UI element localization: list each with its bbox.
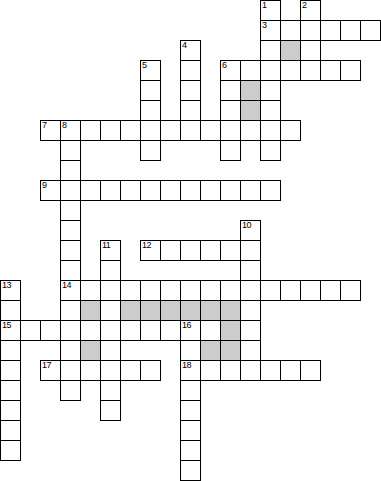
blocked-cell	[220, 340, 241, 361]
clue-number: 2	[302, 1, 307, 10]
grid-cell[interactable]: 7	[40, 120, 61, 141]
grid-cell[interactable]	[300, 40, 321, 61]
clue-number: 15	[2, 321, 11, 330]
grid-cell[interactable]	[100, 320, 121, 341]
grid-cell[interactable]	[60, 140, 81, 161]
clue-number: 1	[262, 1, 267, 10]
grid-cell[interactable]	[60, 240, 81, 261]
grid-cell[interactable]: 5	[140, 60, 161, 81]
grid-cell[interactable]	[300, 60, 321, 81]
grid-cell[interactable]	[60, 180, 81, 201]
clue-number: 9	[42, 181, 47, 190]
grid-cell[interactable]	[100, 380, 121, 401]
grid-cell[interactable]	[140, 320, 161, 341]
grid-cell[interactable]	[180, 460, 201, 481]
grid-cell[interactable]	[240, 300, 261, 321]
grid-cell[interactable]	[180, 440, 201, 461]
grid-cell[interactable]	[260, 100, 281, 121]
grid-cell[interactable]	[160, 320, 181, 341]
grid-cell[interactable]	[220, 100, 241, 121]
grid-cell[interactable]	[300, 280, 321, 301]
grid-cell[interactable]	[60, 300, 81, 321]
grid-cell[interactable]	[240, 180, 261, 201]
grid-cell[interactable]	[260, 40, 281, 61]
grid-cell[interactable]	[180, 240, 201, 261]
grid-cell[interactable]	[180, 280, 201, 301]
grid-cell[interactable]	[80, 180, 101, 201]
grid-cell[interactable]	[180, 380, 201, 401]
grid-cell[interactable]	[300, 360, 321, 381]
blocked-cell	[140, 300, 161, 321]
grid-cell[interactable]	[240, 320, 261, 341]
grid-cell[interactable]	[240, 60, 261, 81]
grid-cell[interactable]	[220, 180, 241, 201]
clue-number: 8	[62, 121, 67, 130]
grid-cell[interactable]: 3	[260, 20, 281, 41]
grid-cell[interactable]	[140, 180, 161, 201]
grid-cell[interactable]: 1	[260, 0, 281, 21]
grid-cell[interactable]	[0, 360, 21, 381]
grid-cell[interactable]: 4	[180, 40, 201, 61]
grid-cell[interactable]	[100, 400, 121, 421]
grid-cell[interactable]	[240, 120, 261, 141]
grid-cell[interactable]	[220, 80, 241, 101]
grid-cell[interactable]: 18	[180, 360, 201, 381]
clue-number: 10	[242, 221, 251, 230]
grid-cell[interactable]	[80, 120, 101, 141]
grid-cell[interactable]	[0, 340, 21, 361]
grid-cell[interactable]	[180, 60, 201, 81]
grid-cell[interactable]	[280, 20, 301, 41]
grid-cell[interactable]	[160, 120, 181, 141]
grid-cell[interactable]	[260, 80, 281, 101]
blocked-cell	[200, 300, 221, 321]
grid-cell[interactable]	[160, 240, 181, 261]
grid-cell[interactable]	[220, 140, 241, 161]
clue-number: 14	[62, 281, 71, 290]
grid-cell[interactable]	[0, 420, 21, 441]
blocked-cell	[80, 300, 101, 321]
grid-cell[interactable]	[80, 280, 101, 301]
grid-cell[interactable]	[240, 260, 261, 281]
grid-cell[interactable]	[120, 360, 141, 381]
grid-cell[interactable]	[100, 180, 121, 201]
grid-cell[interactable]	[200, 360, 221, 381]
grid-cell[interactable]: 13	[0, 280, 21, 301]
grid-cell[interactable]	[340, 20, 361, 41]
grid-cell[interactable]	[240, 340, 261, 361]
grid-cell[interactable]	[260, 140, 281, 161]
grid-cell[interactable]	[240, 360, 261, 381]
clue-number: 17	[42, 361, 51, 370]
clue-number: 11	[102, 241, 110, 250]
grid-cell[interactable]	[120, 280, 141, 301]
grid-cell[interactable]	[120, 320, 141, 341]
grid-cell[interactable]	[60, 200, 81, 221]
blocked-cell	[200, 340, 221, 361]
blocked-cell	[220, 320, 241, 341]
clue-number: 12	[142, 241, 151, 250]
grid-cell[interactable]	[140, 360, 161, 381]
clue-number: 4	[182, 41, 187, 50]
grid-cell[interactable]	[260, 120, 281, 141]
grid-cell[interactable]	[240, 240, 261, 261]
grid-cell[interactable]	[140, 120, 161, 141]
grid-cell[interactable]	[200, 320, 221, 341]
grid-cell[interactable]	[0, 440, 21, 461]
grid-cell[interactable]	[280, 280, 301, 301]
grid-cell[interactable]: 12	[140, 240, 161, 261]
grid-cell[interactable]	[180, 80, 201, 101]
grid-cell[interactable]	[100, 120, 121, 141]
crossword-board: 123456789101112131415161718	[0, 0, 381, 481]
grid-cell[interactable]	[300, 20, 321, 41]
grid-cell[interactable]	[140, 280, 161, 301]
grid-cell[interactable]	[320, 20, 341, 41]
grid-cell[interactable]	[360, 20, 381, 41]
grid-cell[interactable]	[180, 400, 201, 421]
grid-cell[interactable]	[260, 180, 281, 201]
clue-number: 3	[262, 21, 267, 30]
grid-cell[interactable]	[220, 240, 241, 261]
grid-cell[interactable]	[260, 280, 281, 301]
grid-cell[interactable]	[340, 280, 361, 301]
grid-cell[interactable]	[200, 180, 221, 201]
grid-cell[interactable]: 2	[300, 0, 321, 21]
grid-cell[interactable]	[0, 300, 21, 321]
grid-cell[interactable]	[60, 260, 81, 281]
grid-cell[interactable]	[0, 380, 21, 401]
grid-cell[interactable]	[100, 280, 121, 301]
clue-number: 5	[142, 61, 147, 70]
grid-cell[interactable]	[260, 60, 281, 81]
blocked-cell	[240, 80, 261, 101]
grid-cell[interactable]	[220, 360, 241, 381]
grid-cell[interactable]	[280, 120, 301, 141]
grid-cell[interactable]: 14	[60, 280, 81, 301]
grid-cell[interactable]	[100, 360, 121, 381]
clue-number: 6	[222, 61, 227, 70]
grid-cell[interactable]	[60, 160, 81, 181]
grid-cell[interactable]: 10	[240, 220, 261, 241]
grid-cell[interactable]	[80, 320, 101, 341]
grid-cell[interactable]: 9	[40, 180, 61, 201]
grid-cell[interactable]	[120, 180, 141, 201]
grid-cell[interactable]: 15	[0, 320, 21, 341]
grid-cell[interactable]	[340, 60, 361, 81]
grid-cell[interactable]	[60, 360, 81, 381]
grid-cell[interactable]	[240, 280, 261, 301]
grid-cell[interactable]	[320, 60, 341, 81]
grid-cell[interactable]	[100, 300, 121, 321]
grid-cell[interactable]: 17	[40, 360, 61, 381]
grid-cell[interactable]	[200, 280, 221, 301]
grid-cell[interactable]	[60, 220, 81, 241]
grid-cell[interactable]	[80, 360, 101, 381]
clue-number: 16	[182, 321, 191, 330]
grid-cell[interactable]	[320, 280, 341, 301]
clue-number: 7	[42, 121, 47, 130]
grid-cell[interactable]	[100, 260, 121, 281]
grid-cell[interactable]	[180, 120, 201, 141]
blocked-cell	[80, 340, 101, 361]
grid-cell[interactable]	[160, 280, 181, 301]
grid-cell[interactable]	[180, 100, 201, 121]
blocked-cell	[240, 100, 261, 121]
grid-cell[interactable]	[60, 380, 81, 401]
grid-cell[interactable]	[100, 340, 121, 361]
grid-cell[interactable]	[60, 320, 81, 341]
grid-cell[interactable]	[160, 180, 181, 201]
clue-number: 13	[2, 281, 11, 290]
grid-cell[interactable]	[280, 360, 301, 381]
blocked-cell	[220, 300, 241, 321]
grid-cell[interactable]	[200, 240, 221, 261]
grid-cell[interactable]	[20, 320, 41, 341]
grid-cell[interactable]	[280, 60, 301, 81]
blocked-cell	[180, 300, 201, 321]
grid-cell[interactable]: 8	[60, 120, 81, 141]
grid-cell[interactable]	[180, 340, 201, 361]
grid-cell[interactable]	[260, 360, 281, 381]
grid-cell[interactable]	[140, 140, 161, 161]
grid-cell[interactable]	[180, 420, 201, 441]
grid-cell[interactable]: 16	[180, 320, 201, 341]
grid-cell[interactable]	[0, 400, 21, 421]
grid-cell[interactable]	[220, 280, 241, 301]
grid-cell[interactable]: 11	[100, 240, 121, 261]
grid-cell[interactable]: 6	[220, 60, 241, 81]
grid-cell[interactable]	[120, 120, 141, 141]
grid-cell[interactable]	[60, 340, 81, 361]
grid-cell[interactable]	[140, 80, 161, 101]
blocked-cell	[160, 300, 181, 321]
grid-cell[interactable]	[140, 100, 161, 121]
grid-cell[interactable]	[220, 120, 241, 141]
grid-cell[interactable]	[40, 320, 61, 341]
blocked-cell	[120, 300, 141, 321]
clue-number: 18	[182, 361, 191, 370]
grid-cell[interactable]	[180, 180, 201, 201]
grid-cell[interactable]	[200, 120, 221, 141]
blocked-cell	[280, 40, 301, 61]
